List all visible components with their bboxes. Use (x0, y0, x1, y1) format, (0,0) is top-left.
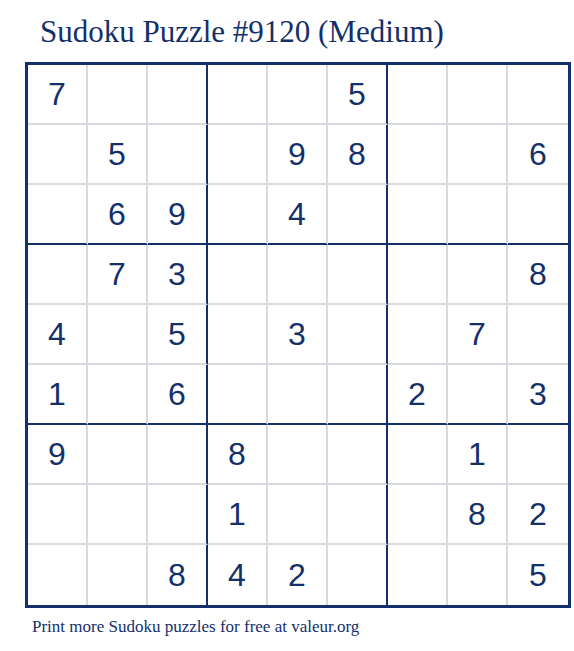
sudoku-cell-r5c8: 7 (448, 305, 508, 365)
sudoku-cell-r9c9: 5 (508, 545, 568, 605)
sudoku-cell-r3c3: 9 (148, 185, 208, 245)
sudoku-cell-r4c6 (328, 245, 388, 305)
sudoku-cell-r5c7 (388, 305, 448, 365)
sudoku-cell-r7c3 (148, 425, 208, 485)
sudoku-cell-r8c9: 2 (508, 485, 568, 545)
sudoku-cell-r5c9 (508, 305, 568, 365)
sudoku-cell-r8c5 (268, 485, 328, 545)
sudoku-cell-r4c9: 8 (508, 245, 568, 305)
sudoku-cell-r6c5 (268, 365, 328, 425)
sudoku-cell-r2c6: 8 (328, 125, 388, 185)
sudoku-cell-r4c8 (448, 245, 508, 305)
sudoku-cell-r2c8 (448, 125, 508, 185)
sudoku-cell-r2c7 (388, 125, 448, 185)
sudoku-cell-r5c2 (88, 305, 148, 365)
sudoku-cell-r5c3: 5 (148, 305, 208, 365)
footer-text: Print more Sudoku puzzles for free at va… (32, 617, 574, 637)
sudoku-cell-r3c2: 6 (88, 185, 148, 245)
sudoku-cell-r8c3 (148, 485, 208, 545)
sudoku-cell-r9c8 (448, 545, 508, 605)
sudoku-cell-r1c8 (448, 65, 508, 125)
sudoku-cell-r7c5 (268, 425, 328, 485)
sudoku-cell-r3c9 (508, 185, 568, 245)
sudoku-cell-r5c5: 3 (268, 305, 328, 365)
sudoku-cell-r7c6 (328, 425, 388, 485)
sudoku-cell-r3c1 (28, 185, 88, 245)
sudoku-cell-r7c8: 1 (448, 425, 508, 485)
sudoku-cell-r3c7 (388, 185, 448, 245)
sudoku-cell-r1c2 (88, 65, 148, 125)
sudoku-cell-r8c1 (28, 485, 88, 545)
sudoku-cell-r6c2 (88, 365, 148, 425)
page-title: Sudoku Puzzle #9120 (Medium) (40, 13, 574, 50)
sudoku-cell-r1c3 (148, 65, 208, 125)
sudoku-cell-r8c7 (388, 485, 448, 545)
sudoku-cell-r9c7 (388, 545, 448, 605)
sudoku-cell-r4c3: 3 (148, 245, 208, 305)
sudoku-cell-r6c1: 1 (28, 365, 88, 425)
sudoku-cell-r6c9: 3 (508, 365, 568, 425)
sudoku-cell-r3c4 (208, 185, 268, 245)
sudoku-cell-r6c6 (328, 365, 388, 425)
sudoku-cell-r4c4 (208, 245, 268, 305)
sudoku-cell-r5c6 (328, 305, 388, 365)
sudoku-cell-r3c6 (328, 185, 388, 245)
sudoku-cell-r1c6: 5 (328, 65, 388, 125)
sudoku-cell-r9c4: 4 (208, 545, 268, 605)
sudoku-cell-r4c7 (388, 245, 448, 305)
sudoku-cell-r7c1: 9 (28, 425, 88, 485)
sudoku-cell-r1c5 (268, 65, 328, 125)
sudoku-cell-r6c3: 6 (148, 365, 208, 425)
sudoku-cell-r7c2 (88, 425, 148, 485)
sudoku-cell-r8c6 (328, 485, 388, 545)
sudoku-cell-r3c8 (448, 185, 508, 245)
sudoku-cell-r2c4 (208, 125, 268, 185)
sudoku-cell-r6c7: 2 (388, 365, 448, 425)
sudoku-cell-r4c1 (28, 245, 88, 305)
sudoku-cell-r2c3 (148, 125, 208, 185)
sudoku-cell-r5c4 (208, 305, 268, 365)
sudoku-cell-r1c7 (388, 65, 448, 125)
sudoku-cell-r2c1 (28, 125, 88, 185)
sudoku-cell-r4c2: 7 (88, 245, 148, 305)
sudoku-cell-r6c4 (208, 365, 268, 425)
sudoku-cell-r9c2 (88, 545, 148, 605)
sudoku-cell-r2c9: 6 (508, 125, 568, 185)
sudoku-cell-r7c9 (508, 425, 568, 485)
sudoku-cell-r9c1 (28, 545, 88, 605)
sudoku-cell-r7c7 (388, 425, 448, 485)
sudoku-cell-r1c1: 7 (28, 65, 88, 125)
sudoku-board: 755986694738453716239811828425 (25, 62, 571, 608)
sudoku-cell-r7c4: 8 (208, 425, 268, 485)
sudoku-cell-r9c6 (328, 545, 388, 605)
sudoku-cell-r8c8: 8 (448, 485, 508, 545)
sudoku-cell-r1c9 (508, 65, 568, 125)
sudoku-cell-r6c8 (448, 365, 508, 425)
sudoku-cell-r4c5 (268, 245, 328, 305)
sudoku-cell-r8c2 (88, 485, 148, 545)
sudoku-cell-r9c5: 2 (268, 545, 328, 605)
sudoku-cell-r3c5: 4 (268, 185, 328, 245)
sudoku-cell-r8c4: 1 (208, 485, 268, 545)
sudoku-cell-r2c2: 5 (88, 125, 148, 185)
page: Sudoku Puzzle #9120 (Medium) 75598669473… (0, 0, 574, 637)
sudoku-cell-r9c3: 8 (148, 545, 208, 605)
sudoku-cell-r2c5: 9 (268, 125, 328, 185)
sudoku-cell-r5c1: 4 (28, 305, 88, 365)
sudoku-cell-r1c4 (208, 65, 268, 125)
